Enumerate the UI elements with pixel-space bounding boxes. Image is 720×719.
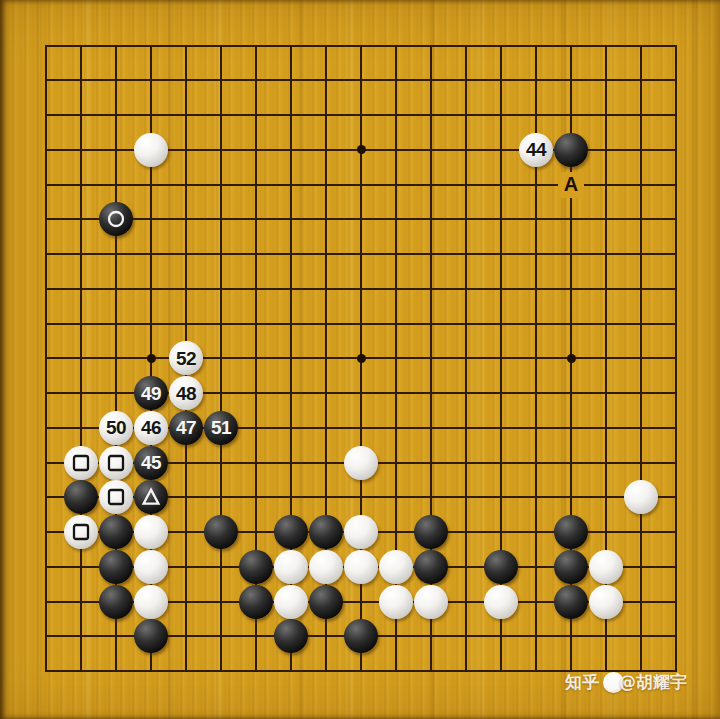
stone-black[interactable] — [239, 550, 273, 584]
stone-white[interactable] — [134, 585, 168, 619]
stone-white[interactable] — [309, 550, 343, 584]
stone-black[interactable] — [414, 550, 448, 584]
stone-black[interactable]: 45 — [134, 446, 168, 480]
stone-black[interactable] — [554, 133, 588, 167]
stone-black[interactable] — [99, 202, 133, 236]
go-diagram-screenshot: A445249485046475145 知乎 @胡耀宇 — [0, 0, 720, 719]
stone-white[interactable]: 46 — [134, 411, 168, 445]
move-number: 51 — [211, 418, 231, 437]
stone-white[interactable]: 48 — [169, 376, 203, 410]
stone-white[interactable] — [99, 480, 133, 514]
stone-white[interactable]: 52 — [169, 341, 203, 375]
stone-black[interactable] — [99, 550, 133, 584]
move-number: 50 — [106, 418, 126, 437]
stone-white[interactable] — [589, 585, 623, 619]
square-mark-icon — [106, 487, 126, 507]
stone-white[interactable]: 44 — [519, 133, 553, 167]
stone-white[interactable] — [624, 480, 658, 514]
grid-line-vertical — [640, 45, 642, 673]
stone-black[interactable]: 47 — [169, 411, 203, 445]
move-number: 44 — [526, 140, 546, 159]
triangle-mark-icon — [141, 487, 161, 507]
stone-white[interactable] — [64, 515, 98, 549]
stone-white[interactable] — [379, 585, 413, 619]
stone-white[interactable]: 50 — [99, 411, 133, 445]
stone-white[interactable] — [589, 550, 623, 584]
stone-white[interactable] — [344, 550, 378, 584]
stone-black[interactable] — [204, 515, 238, 549]
stone-black[interactable] — [99, 515, 133, 549]
star-point — [567, 354, 576, 363]
stone-black[interactable] — [554, 550, 588, 584]
move-number: 47 — [176, 418, 196, 437]
move-number: 46 — [141, 418, 161, 437]
stone-black[interactable] — [344, 619, 378, 653]
stone-white[interactable] — [344, 446, 378, 480]
stone-black[interactable] — [64, 480, 98, 514]
stone-white[interactable] — [344, 515, 378, 549]
grid-line-vertical — [675, 45, 677, 673]
stone-black[interactable] — [274, 619, 308, 653]
stone-black[interactable] — [484, 550, 518, 584]
stone-white[interactable] — [134, 550, 168, 584]
move-number: 49 — [141, 384, 161, 403]
move-number: 45 — [141, 453, 161, 472]
stone-white[interactable] — [274, 550, 308, 584]
stone-black[interactable]: 51 — [204, 411, 238, 445]
point-label-A: A — [558, 172, 584, 198]
watermark-brand-text: 知乎 — [565, 671, 599, 694]
stone-black[interactable]: 49 — [134, 376, 168, 410]
move-number: 52 — [176, 349, 196, 368]
square-mark-icon — [106, 453, 126, 473]
stone-black[interactable] — [554, 515, 588, 549]
stone-white[interactable] — [134, 133, 168, 167]
grid-line-vertical — [465, 45, 467, 673]
stone-black[interactable] — [309, 585, 343, 619]
watermark-username: @胡耀宇 — [619, 671, 687, 694]
stone-white[interactable] — [379, 550, 413, 584]
star-point — [357, 354, 366, 363]
stone-white[interactable] — [64, 446, 98, 480]
stone-white[interactable] — [99, 446, 133, 480]
stone-black[interactable] — [414, 515, 448, 549]
stone-white[interactable] — [134, 515, 168, 549]
stone-black[interactable] — [239, 585, 273, 619]
stone-black[interactable] — [274, 515, 308, 549]
stone-white[interactable] — [484, 585, 518, 619]
stone-black[interactable] — [134, 480, 168, 514]
star-point — [147, 354, 156, 363]
stone-white[interactable] — [274, 585, 308, 619]
stone-black[interactable] — [309, 515, 343, 549]
circle-mark-icon — [106, 209, 126, 229]
watermark: 知乎 @胡耀宇 — [565, 671, 687, 694]
square-mark-icon — [71, 453, 91, 473]
stone-black[interactable] — [134, 619, 168, 653]
stone-black[interactable] — [554, 585, 588, 619]
square-mark-icon — [71, 522, 91, 542]
stone-white[interactable] — [414, 585, 448, 619]
stone-black[interactable] — [99, 585, 133, 619]
move-number: 48 — [176, 384, 196, 403]
star-point — [357, 145, 366, 154]
